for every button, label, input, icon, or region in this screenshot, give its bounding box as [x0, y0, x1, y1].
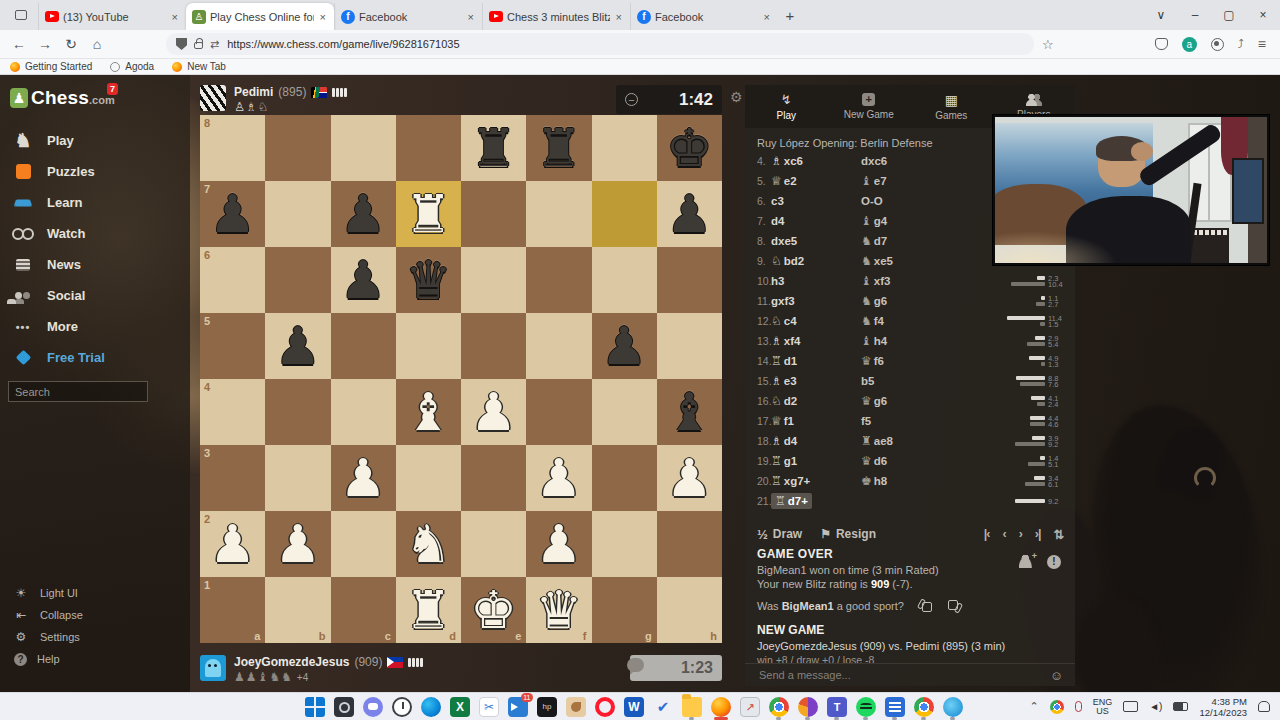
white-move[interactable]: ♗xf4	[771, 334, 861, 348]
bottom-player-bar: JoeyGomezdeJesus (909) ♟♟♝♞♞+4 1:23	[200, 655, 722, 685]
taskbar-edge-icon[interactable]	[421, 697, 441, 717]
white-move[interactable]: ♗e3	[771, 374, 861, 388]
black-move[interactable]: dxc6	[861, 155, 951, 167]
panel-tab-games[interactable]: ▦Games	[910, 85, 993, 128]
move-text: O-O	[861, 195, 883, 207]
square-c1[interactable]: c	[331, 577, 396, 643]
square-h5[interactable]	[657, 313, 722, 379]
move-time-value: 10.4	[1048, 280, 1069, 289]
file-label: h	[710, 630, 717, 642]
move-number: 6.	[745, 195, 771, 207]
square-f7[interactable]	[526, 181, 591, 247]
square-d4[interactable]: ♝	[396, 379, 461, 445]
bookmark-item[interactable]: Agoda	[110, 61, 154, 72]
square-h6[interactable]	[657, 247, 722, 313]
square-d5[interactable]	[396, 313, 461, 379]
move-number: 4.	[745, 155, 771, 167]
speaker-icon[interactable]: ◄)	[1149, 701, 1162, 712]
white-pawn-c3[interactable]: ♟	[331, 445, 396, 511]
move-text: dxc6	[861, 155, 887, 167]
black-move[interactable]: ♝e7	[861, 174, 951, 188]
square-g6[interactable]	[592, 247, 657, 313]
move-text: bd2	[784, 255, 804, 267]
restore-button[interactable]: ▢	[1212, 8, 1246, 22]
square-e5[interactable]	[461, 313, 526, 379]
tab-close-icon[interactable]: ×	[318, 11, 328, 23]
black-pawn-c7[interactable]: ♟	[331, 181, 396, 247]
search-input[interactable]	[8, 381, 148, 402]
sidebar-item-more[interactable]: More	[0, 311, 190, 342]
taskbar-vpn-icon[interactable]	[798, 697, 818, 717]
square-e8[interactable]: ♜	[461, 115, 526, 181]
square-d1[interactable]: d♜	[396, 577, 461, 643]
new-tab-button[interactable]: +	[778, 3, 802, 27]
taskbar-paint-icon[interactable]	[566, 697, 586, 717]
bookmark-star-icon[interactable]: ☆	[1042, 37, 1054, 52]
square-e3[interactable]	[461, 445, 526, 511]
white-move[interactable]: ♗xc6	[771, 154, 861, 168]
piece-figurine-icon: ♞	[861, 294, 872, 308]
black-move[interactable]: ♞d7	[861, 234, 951, 248]
captured-pieces: ♙♗♘	[234, 100, 269, 114]
square-b4[interactable]	[265, 379, 330, 445]
square-a7[interactable]: 7♟	[200, 181, 265, 247]
tracking-shield-icon[interactable]	[176, 38, 187, 50]
white-move[interactable]: ♖xg7+	[771, 474, 861, 488]
taskbar-firefox-icon[interactable]	[711, 697, 731, 717]
white-move[interactable]: d4	[771, 215, 861, 227]
square-e6[interactable]	[461, 247, 526, 313]
square-c3[interactable]: ♟	[331, 445, 396, 511]
draw-button[interactable]: Draw	[773, 527, 802, 541]
url-text[interactable]: https://www.chess.com/game/live/96281671…	[227, 38, 459, 50]
background-knight-highlight	[1194, 467, 1216, 489]
hamburger-menu-icon[interactable]: ≡	[1258, 36, 1266, 52]
sidebar-item-label: Free Trial	[47, 350, 105, 365]
close-button[interactable]: ×	[1246, 8, 1280, 22]
sidebar-item-play[interactable]: Play	[0, 125, 190, 156]
rank-label: 5	[204, 315, 210, 327]
taskbar-chrome2-icon[interactable]	[914, 697, 934, 717]
square-e4[interactable]: ♟	[461, 379, 526, 445]
black-pawn-a7[interactable]: ♟	[200, 181, 265, 247]
sidebar-item-learn[interactable]: Learn	[0, 187, 190, 218]
white-move[interactable]: gxf3	[771, 295, 861, 307]
notification-badge: 7	[107, 83, 118, 95]
flip-board-button[interactable]: ⇅	[1054, 527, 1063, 542]
taskbar-snip-icon[interactable]	[479, 697, 499, 717]
move-time-value: 2.4	[1048, 400, 1069, 409]
move-row: 12.♘c4♞f411.41.5	[745, 311, 1075, 331]
square-b1[interactable]: b	[265, 577, 330, 643]
black-pawn-g5[interactable]: ♟	[592, 313, 657, 379]
white-move[interactable]: ♘d2	[771, 394, 861, 408]
taskbar-screenshare-icon[interactable]	[740, 697, 760, 717]
square-a4[interactable]: 4	[200, 379, 265, 445]
black-pawn-b5[interactable]: ♟	[265, 313, 330, 379]
piece-figurine-icon: ♕	[771, 174, 782, 188]
sidebar-item-free-trial[interactable]: Free Trial	[0, 342, 190, 373]
news-icon	[12, 254, 34, 276]
taskbar-chrome-icon[interactable]	[769, 697, 789, 717]
move-text: f1	[784, 415, 794, 427]
move-time-value: 5.4	[1048, 340, 1069, 349]
lock-icon[interactable]	[194, 42, 203, 49]
timer-icon: −	[625, 93, 638, 106]
square-b5[interactable]: ♟	[265, 313, 330, 379]
cast-icon[interactable]	[1123, 701, 1138, 712]
move-text: d6	[874, 455, 887, 467]
white-move[interactable]: ♗d4	[771, 434, 861, 448]
tab-close-icon[interactable]: ×	[170, 11, 180, 23]
square-g5[interactable]: ♟	[592, 313, 657, 379]
move-time-bars: 11.41.5	[1003, 311, 1069, 331]
taskbar-spotify-icon[interactable]	[856, 697, 876, 717]
tab-close-icon[interactable]: ×	[466, 11, 476, 23]
board-settings-gear-icon[interactable]: ⚙	[730, 89, 743, 105]
forward-icon[interactable]: →	[32, 36, 58, 52]
taskbar-check-icon[interactable]	[653, 697, 673, 717]
player-name[interactable]: Pedimi	[234, 85, 273, 99]
previous-move-button[interactable]: ‹	[1003, 527, 1006, 542]
panel-tab-play[interactable]: ↯Play	[745, 85, 828, 128]
permissions-icon[interactable]: ⇄	[210, 38, 219, 51]
home-icon[interactable]: ⌂	[84, 36, 110, 52]
move-time-bars: 4.12.4	[1003, 391, 1069, 411]
black-king-h8[interactable]: ♚	[657, 115, 722, 181]
taskbar-excel-icon[interactable]	[450, 697, 470, 717]
white-pawn-b2[interactable]: ♟	[265, 511, 330, 577]
square-c8[interactable]	[331, 115, 396, 181]
square-b7[interactable]	[265, 181, 330, 247]
square-f6[interactable]	[526, 247, 591, 313]
browser-tab[interactable]: fFacebook×	[630, 3, 778, 30]
square-a8[interactable]: 8	[200, 115, 265, 181]
tabs-dropdown-button[interactable]: ∨	[1144, 8, 1178, 22]
reload-icon[interactable]: ↻	[58, 36, 84, 52]
black-move[interactable]: ♞xe5	[861, 254, 951, 268]
square-c6[interactable]: ♟	[331, 247, 396, 313]
taskbar-mail-icon[interactable]: 11	[508, 697, 528, 717]
black-move[interactable]: ♝xf3	[861, 274, 951, 288]
settings-icon: ⚙	[12, 630, 30, 644]
emoji-icon[interactable]: ☺	[1050, 668, 1063, 683]
square-h1[interactable]: h	[657, 577, 722, 643]
square-h2[interactable]	[657, 511, 722, 577]
square-a1[interactable]: 1a	[200, 577, 265, 643]
facebook-favicon: f	[637, 10, 651, 24]
black-move[interactable]: ♞f4	[861, 314, 951, 328]
black-bishop-h4[interactable]: ♝	[657, 379, 722, 445]
white-move[interactable]: ♖d7+	[771, 493, 861, 509]
message-input[interactable]	[757, 668, 1050, 682]
black-move[interactable]: ♝h4	[861, 334, 951, 348]
tab-title: Facebook	[359, 11, 462, 23]
square-c2[interactable]	[331, 511, 396, 577]
square-d8[interactable]	[396, 115, 461, 181]
square-f2[interactable]: ♟	[526, 511, 591, 577]
square-a3[interactable]: 3	[200, 445, 265, 511]
collapse-icon: ⇤	[12, 608, 30, 622]
resign-button[interactable]: Resign	[836, 527, 876, 541]
piece-figurine-icon: ♛	[861, 354, 872, 368]
square-c7[interactable]: ♟	[331, 181, 396, 247]
white-king-e1[interactable]: ♚	[461, 577, 526, 643]
square-b6[interactable]	[265, 247, 330, 313]
move-time-bars: 1.12.7	[1003, 291, 1069, 311]
agoda-extension-icon[interactable]: a	[1182, 37, 1197, 52]
browser-tab[interactable]: ♙Play Chess Online for FREE - 2 P×	[186, 3, 334, 30]
square-d6[interactable]: ♛	[396, 247, 461, 313]
square-h7[interactable]: ♟	[657, 181, 722, 247]
next-move-button[interactable]: ›	[1019, 527, 1022, 542]
black-queen-d6[interactable]: ♛	[396, 247, 461, 313]
square-g1[interactable]: g	[592, 577, 657, 643]
white-knight-d2[interactable]: ♞	[396, 511, 461, 577]
move-text: g6	[874, 395, 887, 407]
avatar[interactable]	[200, 655, 226, 681]
sidebar-item-puzzles[interactable]: Puzzles	[0, 156, 190, 187]
move-text: e2	[784, 175, 797, 187]
black-move[interactable]: ♜ae8	[861, 434, 951, 448]
square-e7[interactable]	[461, 181, 526, 247]
sidebar-item-label: More	[47, 319, 78, 334]
square-h4[interactable]: ♝	[657, 379, 722, 445]
tab-close-icon[interactable]: ×	[762, 11, 772, 23]
square-h3[interactable]: ♟	[657, 445, 722, 511]
square-f8[interactable]: ♜	[526, 115, 591, 181]
browser-tab[interactable]: Chess 3 minutes Blitz Pirch Def×	[482, 3, 630, 30]
file-label: a	[254, 630, 260, 642]
square-h8[interactable]: ♚	[657, 115, 722, 181]
minimize-button[interactable]: –	[1178, 8, 1212, 22]
account-icon[interactable]	[1211, 38, 1224, 51]
white-rook-d1[interactable]: ♜	[396, 577, 461, 643]
white-bishop-d4[interactable]: ♝	[396, 379, 461, 445]
black-move[interactable]: ♛g6	[861, 394, 951, 408]
move-time-value: 5.1	[1048, 460, 1069, 469]
square-d2[interactable]: ♞	[396, 511, 461, 577]
move-text: ae8	[874, 435, 893, 447]
white-move[interactable]: ♕f1	[771, 414, 861, 428]
thumbs-down-icon[interactable]	[947, 599, 962, 613]
square-a2[interactable]: 2♟	[200, 511, 265, 577]
black-move[interactable]: ♚h8	[861, 474, 951, 488]
back-icon[interactable]: ←	[6, 36, 32, 52]
white-queen-f1[interactable]: ♛	[526, 577, 591, 643]
square-c4[interactable]	[331, 379, 396, 445]
square-c5[interactable]	[331, 313, 396, 379]
move-text: h8	[874, 475, 887, 487]
black-pawn-c6[interactable]: ♟	[331, 247, 396, 313]
player-name[interactable]: JoeyGomezdeJesus	[234, 655, 349, 669]
notification-bell-icon[interactable]	[1258, 701, 1270, 712]
panel-tab-new-game[interactable]: +New Game	[828, 85, 911, 128]
pocket-icon[interactable]	[1155, 38, 1168, 50]
square-f5[interactable]	[526, 313, 591, 379]
captured-piece-icons: ♙♗♘	[234, 100, 269, 114]
clock-time: 1:42	[679, 90, 713, 110]
move-row: 19.♖g1♛d61.45.1	[745, 451, 1075, 471]
watch-icon	[12, 223, 34, 245]
bookmark-item[interactable]: Getting Started	[10, 61, 92, 72]
browser-tab[interactable]: (13) YouTube×	[38, 3, 186, 30]
battery-icon[interactable]	[1173, 702, 1188, 711]
piece-figurine-icon: ♞	[861, 314, 872, 328]
piece-figurine-icon: ♘	[771, 394, 782, 408]
black-rook-f8[interactable]: ♜	[526, 115, 591, 181]
square-b8[interactable]	[265, 115, 330, 181]
black-move[interactable]: f5	[861, 415, 951, 427]
move-row: 21.♖d7+9.2	[745, 491, 1075, 511]
piece-figurine-icon: ♞	[861, 254, 872, 268]
square-g4[interactable]	[592, 379, 657, 445]
black-rook-e8[interactable]: ♜	[461, 115, 526, 181]
chesscom-pawn-icon: ♟	[10, 88, 28, 108]
move-text: d1	[784, 355, 797, 367]
taskbar-folder-icon[interactable]	[682, 697, 702, 717]
white-move[interactable]: c3	[771, 195, 861, 207]
black-move[interactable]: ♛d6	[861, 454, 951, 468]
black-move[interactable]: ♞g6	[861, 294, 951, 308]
tray-chrome-icon[interactable]	[1050, 700, 1064, 714]
black-move[interactable]: ♝g4	[861, 214, 951, 228]
last-move-button[interactable]: ›|	[1035, 527, 1041, 542]
taskbar-notes-icon[interactable]	[885, 697, 905, 717]
white-rook-d7[interactable]: ♜	[396, 181, 461, 247]
diamond-icon	[12, 347, 34, 369]
taskbar-teams-icon[interactable]	[827, 697, 847, 717]
square-g2[interactable]	[592, 511, 657, 577]
black-move[interactable]: b5	[861, 375, 951, 387]
white-move[interactable]: ♖d1	[771, 354, 861, 368]
taskbar-search-icon[interactable]	[334, 697, 354, 717]
white-move[interactable]: ♘c4	[771, 314, 861, 328]
piece-figurine-icon: ♖	[771, 474, 782, 488]
sidebar-footer-light-ui[interactable]: ☀Light UI	[0, 582, 190, 604]
rank-label: 6	[204, 249, 210, 261]
taskbar-word-icon[interactable]	[624, 697, 644, 717]
square-b3[interactable]	[265, 445, 330, 511]
panel-tab-label: Games	[935, 110, 967, 121]
badge: 11	[521, 693, 533, 702]
extensions-icon[interactable]: ⤴	[1238, 37, 1244, 51]
captured-piece-icons: ♟♟♝♞♞	[234, 670, 293, 684]
square-a5[interactable]: 5	[200, 313, 265, 379]
move-number: 20.	[745, 475, 771, 487]
move-number: 21.	[745, 495, 771, 507]
taskbar-clock-icon[interactable]	[392, 697, 412, 717]
move-text: d2	[784, 395, 797, 407]
sidebar-footer-label: Collapse	[40, 609, 83, 621]
sidebar-item-watch[interactable]: Watch	[0, 218, 190, 249]
square-d3[interactable]	[396, 445, 461, 511]
black-move[interactable]: ♛f6	[861, 354, 951, 368]
move-number: 14.	[745, 355, 771, 367]
black-move[interactable]: O-O	[861, 195, 951, 207]
move-text: f4	[874, 315, 884, 327]
panel-tab-label: Play	[777, 110, 796, 121]
square-f3[interactable]: ♟	[526, 445, 591, 511]
first-move-button[interactable]: |‹	[984, 527, 990, 542]
square-g8[interactable]	[592, 115, 657, 181]
report-icon[interactable]: !	[1047, 555, 1061, 569]
square-g7[interactable]	[592, 181, 657, 247]
move-text: c3	[771, 195, 784, 207]
piece-figurine-icon: ♝	[861, 174, 872, 188]
taskbar-dark-app-icon[interactable]	[537, 697, 557, 717]
thumbs-up-icon[interactable]	[918, 599, 933, 613]
url-bar[interactable]: ⇄ https://www.chess.com/game/live/962816…	[166, 33, 1034, 55]
sidebar-item-news[interactable]: News	[0, 249, 190, 280]
white-pawn-f2[interactable]: ♟	[526, 511, 591, 577]
square-b2[interactable]: ♟	[265, 511, 330, 577]
clock-date[interactable]: 4:38 PM12/14/2023	[1199, 696, 1247, 718]
taskbar-start-icon[interactable]	[305, 697, 325, 717]
move-time-bars: 3.99.2	[1003, 431, 1069, 451]
sidebar-item-label: News	[47, 257, 81, 272]
plus-icon: +	[862, 93, 875, 106]
taskbar-opera-icon[interactable]	[595, 697, 615, 717]
browser-tab[interactable]: fFacebook×	[334, 3, 482, 30]
white-pawn-f3[interactable]: ♟	[526, 445, 591, 511]
language-indicator[interactable]: ENGUS	[1093, 698, 1113, 716]
move-time-value: 1.5	[1048, 320, 1069, 329]
square-g3[interactable]	[592, 445, 657, 511]
square-f1[interactable]: f♛	[526, 577, 591, 643]
add-friend-icon[interactable]	[1019, 555, 1033, 568]
chat-message-bar: ☺	[745, 663, 1075, 686]
white-move[interactable]: h3	[771, 275, 861, 287]
white-pawn-a2[interactable]: ♟	[200, 511, 265, 577]
taskbar-media-icon[interactable]	[943, 697, 963, 717]
black-pawn-h7[interactable]: ♟	[657, 181, 722, 247]
white-move[interactable]: ♖g1	[771, 454, 861, 468]
sidebar-item-social[interactable]: Social	[0, 280, 190, 311]
move-number: 9.	[745, 255, 771, 267]
piece-figurine-icon: ♗	[771, 434, 782, 448]
tab-close-icon[interactable]: ×	[614, 11, 624, 23]
sidebar-footer-help[interactable]: ?Help	[0, 648, 190, 670]
white-pawn-e4[interactable]: ♟	[461, 379, 526, 445]
move-number: 15.	[745, 375, 771, 387]
square-d7[interactable]: ♜	[396, 181, 461, 247]
white-pawn-h3[interactable]: ♟	[657, 445, 722, 511]
move-number: 13.	[745, 335, 771, 347]
running-indicator	[689, 717, 694, 720]
hidden-icons-chevron[interactable]: ⌃	[1029, 700, 1038, 713]
avatar[interactable]	[200, 85, 226, 111]
sidebar-footer-collapse[interactable]: ⇤Collapse	[0, 604, 190, 626]
chesscom-logo[interactable]: ♟ Chess .com 7	[0, 75, 190, 115]
webcam-lamp-glow	[995, 231, 1117, 263]
chat-bubble-icon[interactable]	[627, 658, 644, 672]
white-move[interactable]: ♕e2	[771, 174, 861, 188]
square-e1[interactable]: e♚	[461, 577, 526, 643]
square-a6[interactable]: 6	[200, 247, 265, 313]
white-move[interactable]: dxe5	[771, 235, 861, 247]
sidebar-item-label: Puzzles	[47, 164, 95, 179]
white-move[interactable]: ♘bd2	[771, 254, 861, 268]
taskbar-chat-icon[interactable]	[363, 697, 383, 717]
bookmark-item[interactable]: New Tab	[172, 61, 226, 72]
microphone-icon[interactable]	[1075, 701, 1082, 712]
tab-list-icon[interactable]	[6, 3, 36, 27]
square-f4[interactable]	[526, 379, 591, 445]
square-e2[interactable]	[461, 511, 526, 577]
sidebar-footer-settings[interactable]: ⚙Settings	[0, 626, 190, 648]
connection-bars-icon	[408, 658, 423, 667]
